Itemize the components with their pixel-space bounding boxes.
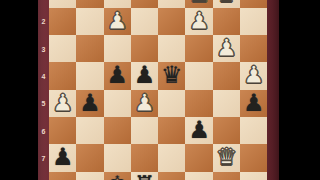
square-e4: ♟	[131, 62, 158, 89]
square-g7	[76, 144, 103, 171]
black-king-f8: ♚	[106, 172, 128, 180]
square-h3	[49, 35, 76, 62]
square-b3: ♟	[213, 35, 240, 62]
black-pawn-a5: ♟	[243, 90, 265, 117]
square-d2	[158, 8, 185, 35]
square-b2	[213, 8, 240, 35]
white-king-b1: ♚	[216, 0, 238, 8]
square-c5	[185, 90, 212, 117]
white-pawn-h5: ♟	[52, 90, 74, 117]
square-f2: ♟	[104, 8, 131, 35]
square-g5: ♟	[76, 90, 103, 117]
square-a5: ♟	[240, 90, 267, 117]
white-pawn-c2: ♟	[188, 8, 210, 35]
square-d5	[158, 90, 185, 117]
square-a3	[240, 35, 267, 62]
square-h1	[49, 0, 76, 8]
square-f6	[104, 117, 131, 144]
white-pawn-a4: ♟	[243, 62, 265, 89]
square-e1	[131, 0, 158, 8]
square-c4	[185, 62, 212, 89]
black-pawn-e4: ♟	[134, 62, 156, 89]
square-a6	[240, 117, 267, 144]
square-a7	[240, 144, 267, 171]
square-e5: ♟	[131, 90, 158, 117]
square-b8	[213, 172, 240, 180]
square-f8: ♚	[104, 172, 131, 180]
square-d1	[158, 0, 185, 8]
square-c8	[185, 172, 212, 180]
black-pawn-f4: ♟	[106, 62, 128, 89]
black-rook-e8: ♜	[134, 172, 156, 180]
square-f3	[104, 35, 131, 62]
black-queen-d4: ♛	[161, 62, 183, 89]
square-d3	[158, 35, 185, 62]
square-a1	[240, 0, 267, 8]
square-f1	[104, 0, 131, 8]
square-g3	[76, 35, 103, 62]
black-pawn-c6: ♟	[188, 117, 210, 144]
square-b6	[213, 117, 240, 144]
white-rook-c1: ♜	[188, 0, 210, 8]
black-pawn-g5: ♟	[79, 90, 101, 117]
square-h5: ♟	[49, 90, 76, 117]
square-d7	[158, 144, 185, 171]
square-e2	[131, 8, 158, 35]
rank-label-5: 5	[38, 99, 49, 108]
square-a8	[240, 172, 267, 180]
square-c7	[185, 144, 212, 171]
square-h7: ♟	[49, 144, 76, 171]
square-h2	[49, 8, 76, 35]
square-d8	[158, 172, 185, 180]
square-b4	[213, 62, 240, 89]
square-e6	[131, 117, 158, 144]
square-c3	[185, 35, 212, 62]
square-e7	[131, 144, 158, 171]
square-b1: ♚	[213, 0, 240, 8]
square-g2	[76, 8, 103, 35]
video-frame: 12345678 ♜♚♟♟♟♟♟♛♟♟♟♟♟♟♟♛♚♜	[0, 0, 320, 180]
square-g8	[76, 172, 103, 180]
white-queen-b7: ♛	[216, 144, 238, 171]
white-pawn-b3: ♟	[216, 35, 238, 62]
square-e3	[131, 35, 158, 62]
rank-label-4: 4	[38, 72, 49, 81]
square-a4: ♟	[240, 62, 267, 89]
square-e8: ♜	[131, 172, 158, 180]
black-pawn-h7: ♟	[52, 144, 74, 171]
square-a2	[240, 8, 267, 35]
rank-label-7: 7	[38, 153, 49, 162]
square-h6	[49, 117, 76, 144]
square-h4	[49, 62, 76, 89]
square-f7	[104, 144, 131, 171]
square-b7: ♛	[213, 144, 240, 171]
white-pawn-f2: ♟	[106, 8, 128, 35]
square-d4: ♛	[158, 62, 185, 89]
square-b5	[213, 90, 240, 117]
square-g4	[76, 62, 103, 89]
chess-board: ♜♚♟♟♟♟♟♛♟♟♟♟♟♟♟♛♚♜	[49, 0, 267, 180]
square-f4: ♟	[104, 62, 131, 89]
square-h8	[49, 172, 76, 180]
square-c2: ♟	[185, 8, 212, 35]
square-g6	[76, 117, 103, 144]
square-c6: ♟	[185, 117, 212, 144]
square-c1: ♜	[185, 0, 212, 8]
rank-label-6: 6	[38, 126, 49, 135]
square-g1	[76, 0, 103, 8]
square-d6	[158, 117, 185, 144]
rank-label-2: 2	[38, 17, 49, 26]
square-f5	[104, 90, 131, 117]
rank-label-3: 3	[38, 44, 49, 53]
white-pawn-e5: ♟	[134, 90, 156, 117]
